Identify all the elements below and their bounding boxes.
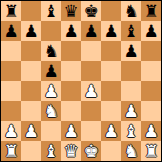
square-h6[interactable] xyxy=(141,41,161,61)
piece-white-knight: ♞ xyxy=(123,141,138,161)
square-d1[interactable]: ♛ xyxy=(61,141,81,161)
piece-white-pawn: ♟ xyxy=(103,121,118,141)
piece-black-rook: ♜ xyxy=(143,1,158,21)
square-g4[interactable] xyxy=(121,81,141,101)
square-d2[interactable]: ♟ xyxy=(61,121,81,141)
square-g3[interactable]: ♟ xyxy=(121,101,141,121)
piece-white-queen: ♛ xyxy=(63,141,78,161)
square-c7[interactable] xyxy=(41,21,61,41)
piece-black-knight: ♞ xyxy=(43,41,58,61)
square-e3[interactable] xyxy=(81,101,101,121)
square-d5[interactable] xyxy=(61,61,81,81)
piece-white-pawn: ♟ xyxy=(23,121,38,141)
square-d4[interactable] xyxy=(61,81,81,101)
piece-black-pawn: ♟ xyxy=(23,21,38,41)
piece-black-bishop: ♝ xyxy=(43,1,58,21)
piece-black-knight: ♞ xyxy=(123,1,138,21)
square-h5[interactable] xyxy=(141,61,161,81)
piece-white-knight: ♞ xyxy=(43,101,58,121)
square-a2[interactable]: ♟ xyxy=(1,121,21,141)
square-g2[interactable]: ♝ xyxy=(121,121,141,141)
square-f8[interactable] xyxy=(101,1,121,21)
square-e6[interactable] xyxy=(81,41,101,61)
square-d7[interactable]: ♟ xyxy=(61,21,81,41)
square-b3[interactable] xyxy=(21,101,41,121)
square-h7[interactable]: ♟ xyxy=(141,21,161,41)
square-g6[interactable]: ♟ xyxy=(121,41,141,61)
square-f7[interactable]: ♟ xyxy=(101,21,121,41)
square-c1[interactable]: ♝ xyxy=(41,141,61,161)
piece-black-pawn: ♟ xyxy=(3,21,18,41)
square-b7[interactable]: ♟ xyxy=(21,21,41,41)
square-b2[interactable]: ♟ xyxy=(21,121,41,141)
piece-black-pawn: ♟ xyxy=(83,21,98,41)
square-f5[interactable] xyxy=(101,61,121,81)
square-b4[interactable] xyxy=(21,81,41,101)
square-a5[interactable] xyxy=(1,61,21,81)
square-g8[interactable]: ♞ xyxy=(121,1,141,21)
square-g7[interactable]: ♝ xyxy=(121,21,141,41)
square-f2[interactable]: ♟ xyxy=(101,121,121,141)
square-a8[interactable]: ♜ xyxy=(1,1,21,21)
piece-black-queen: ♛ xyxy=(63,1,78,21)
square-h3[interactable] xyxy=(141,101,161,121)
piece-white-pawn: ♟ xyxy=(123,101,138,121)
square-c8[interactable]: ♝ xyxy=(41,1,61,21)
piece-white-bishop: ♝ xyxy=(123,121,138,141)
square-c5[interactable]: ♟ xyxy=(41,61,61,81)
piece-black-pawn: ♟ xyxy=(143,21,158,41)
piece-black-bishop: ♝ xyxy=(123,21,138,41)
piece-black-pawn: ♟ xyxy=(43,61,58,81)
piece-white-bishop: ♝ xyxy=(43,141,58,161)
piece-white-pawn: ♟ xyxy=(83,81,98,101)
square-h8[interactable]: ♜ xyxy=(141,1,161,21)
square-e1[interactable]: ♚ xyxy=(81,141,101,161)
piece-white-king: ♚ xyxy=(83,141,98,161)
square-d3[interactable] xyxy=(61,101,81,121)
square-f4[interactable] xyxy=(101,81,121,101)
square-h4[interactable] xyxy=(141,81,161,101)
square-e2[interactable] xyxy=(81,121,101,141)
square-a3[interactable] xyxy=(1,101,21,121)
square-a1[interactable]: ♜ xyxy=(1,141,21,161)
square-c6[interactable]: ♞ xyxy=(41,41,61,61)
square-f3[interactable] xyxy=(101,101,121,121)
square-d6[interactable] xyxy=(61,41,81,61)
square-b1[interactable] xyxy=(21,141,41,161)
square-c4[interactable]: ♟ xyxy=(41,81,61,101)
piece-white-pawn: ♟ xyxy=(3,121,18,141)
square-a6[interactable] xyxy=(1,41,21,61)
piece-black-pawn: ♟ xyxy=(103,21,118,41)
square-f6[interactable] xyxy=(101,41,121,61)
square-d8[interactable]: ♛ xyxy=(61,1,81,21)
square-h1[interactable]: ♜ xyxy=(141,141,161,161)
square-c3[interactable]: ♞ xyxy=(41,101,61,121)
square-h2[interactable]: ♟ xyxy=(141,121,161,141)
square-g1[interactable]: ♞ xyxy=(121,141,141,161)
square-e5[interactable] xyxy=(81,61,101,81)
piece-black-pawn: ♟ xyxy=(63,21,78,41)
square-b6[interactable] xyxy=(21,41,41,61)
square-f1[interactable] xyxy=(101,141,121,161)
chess-board: ♜♝♛♚♞♜♟♟♟♟♟♝♟♞♟♟♟♟♞♟♟♟♟♟♝♟♜♝♛♚♞♜ xyxy=(1,1,161,161)
chess-board-frame: ♜♝♛♚♞♜♟♟♟♟♟♝♟♞♟♟♟♟♞♟♟♟♟♟♝♟♜♝♛♚♞♜ xyxy=(0,0,162,162)
square-g5[interactable] xyxy=(121,61,141,81)
piece-white-rook: ♜ xyxy=(3,141,18,161)
piece-white-pawn: ♟ xyxy=(143,121,158,141)
square-b8[interactable] xyxy=(21,1,41,21)
square-e4[interactable]: ♟ xyxy=(81,81,101,101)
square-c2[interactable] xyxy=(41,121,61,141)
square-a4[interactable] xyxy=(1,81,21,101)
piece-black-king: ♚ xyxy=(83,1,98,21)
piece-black-pawn: ♟ xyxy=(123,41,138,61)
piece-white-pawn: ♟ xyxy=(43,81,58,101)
piece-black-rook: ♜ xyxy=(3,1,18,21)
piece-white-pawn: ♟ xyxy=(63,121,78,141)
square-b5[interactable] xyxy=(21,61,41,81)
piece-white-rook: ♜ xyxy=(143,141,158,161)
square-a7[interactable]: ♟ xyxy=(1,21,21,41)
square-e7[interactable]: ♟ xyxy=(81,21,101,41)
square-e8[interactable]: ♚ xyxy=(81,1,101,21)
